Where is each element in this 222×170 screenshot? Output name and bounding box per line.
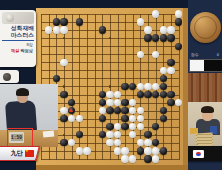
- stone-black: [160, 115, 167, 122]
- stone-white: [137, 18, 144, 25]
- stone-black: [137, 147, 144, 154]
- stone-black: [175, 18, 182, 25]
- stone-white: [137, 115, 144, 122]
- stone-black: [137, 91, 144, 98]
- go-stone-bowl: [190, 12, 221, 43]
- left-nameplate-inner: 九단 ★: [0, 147, 37, 160]
- tournament-title-line2: 마스터스: [0, 32, 36, 39]
- stone-black: [152, 123, 159, 130]
- right-sidebar: 점수0: [188, 0, 222, 170]
- stone-white: [106, 91, 113, 98]
- stone-black: [121, 123, 128, 130]
- china-flag-icon: ★: [25, 150, 34, 157]
- star-point: [155, 134, 157, 136]
- stone-white: [68, 139, 75, 146]
- right-player-cam: [188, 102, 222, 146]
- stone-black: [68, 99, 75, 106]
- stone-white: [129, 115, 136, 122]
- stone-white: [175, 99, 182, 106]
- stone-black: [167, 99, 174, 106]
- move-marker: [69, 108, 73, 112]
- stone-black: [160, 34, 167, 41]
- stone-white: [76, 115, 83, 122]
- game-clock: 1:50: [9, 132, 24, 143]
- stone-white: [60, 26, 67, 33]
- goban-grid: [36, 8, 188, 170]
- stone-white: [106, 99, 113, 106]
- stone-black: [167, 34, 174, 41]
- left-player-nameplate: 九단 ★: [0, 146, 40, 161]
- stone-white: [129, 123, 136, 130]
- stone-black: [144, 155, 151, 162]
- stone-bowl-icon: [3, 73, 11, 81]
- stone-white: [137, 83, 144, 90]
- right-player-nameplate: [188, 146, 222, 161]
- stone-white: [121, 155, 128, 162]
- stone-white: [137, 107, 144, 114]
- stone-black: [152, 91, 159, 98]
- stone-black: [144, 34, 151, 41]
- stone-white: [114, 91, 121, 98]
- stone-white: [144, 139, 151, 146]
- tournament-title-line1: 성화재배: [0, 25, 36, 32]
- stone-white: [144, 26, 151, 33]
- desk-paper: [43, 130, 55, 137]
- taegeuk-icon: [196, 152, 201, 157]
- stone-black: [129, 83, 136, 90]
- stone-black: [53, 18, 60, 25]
- star-point: [109, 85, 111, 87]
- korea-flag-icon: [193, 150, 204, 158]
- stone-black: [99, 131, 106, 138]
- score-label: 점수: [191, 52, 199, 58]
- go-board: [36, 8, 188, 170]
- clock-display: 1:50: [11, 134, 23, 141]
- stone-white: [114, 147, 121, 154]
- flag-star: ★: [25, 149, 29, 153]
- stone-white: [114, 99, 121, 106]
- stone-black: [99, 99, 106, 106]
- stone-white: [114, 131, 121, 138]
- commentary-label: 해설: [11, 48, 19, 53]
- score-value: 0: [217, 52, 219, 58]
- left-player-rank: 九단: [11, 149, 23, 158]
- card-divider: [2, 40, 34, 41]
- stone-white: [53, 26, 60, 33]
- stone-black: [121, 115, 128, 122]
- stone-black: [99, 26, 106, 33]
- stone-black: [121, 83, 128, 90]
- desk-bamboo-mat: [196, 132, 214, 146]
- stone-white: [167, 26, 174, 33]
- stone-white: [144, 83, 151, 90]
- broadcast-frame: { "game": "go", "broadcast": { "tourname…: [0, 0, 222, 170]
- black-score-segment: [204, 60, 222, 71]
- stone-black: [60, 91, 67, 98]
- stone-black: [152, 139, 159, 146]
- stone-black: [99, 91, 106, 98]
- stone-white: [152, 147, 159, 154]
- stone-black: [160, 75, 167, 82]
- stone-black: [76, 18, 83, 25]
- right-player-hair: [201, 106, 214, 113]
- stone-white: [99, 107, 106, 114]
- score-bar: [189, 59, 222, 72]
- stone-black: [144, 131, 151, 138]
- stone-black: [160, 147, 167, 154]
- game-clock-highlight: 1:50: [7, 128, 33, 148]
- stone-white: [121, 147, 128, 154]
- grid-line: [41, 70, 179, 71]
- stone-white: [106, 139, 113, 146]
- stone-black: [160, 91, 167, 98]
- stone-black: [160, 83, 167, 90]
- stone-black: [60, 115, 67, 122]
- stone-white: [129, 155, 136, 162]
- stone-black: [167, 59, 174, 66]
- score-label-row: 점수0: [188, 52, 222, 58]
- stone-white: [68, 115, 75, 122]
- grid-line: [41, 46, 179, 47]
- white-score-segment: [190, 60, 204, 71]
- stone-white: [114, 139, 121, 146]
- stone-white: [129, 131, 136, 138]
- stone-black: [175, 43, 182, 50]
- stone-white: [106, 131, 113, 138]
- stone-white: [60, 59, 67, 66]
- stone-white: [152, 51, 159, 58]
- grid-line: [41, 78, 179, 79]
- stone-black: [152, 34, 159, 41]
- stone-white: [152, 155, 159, 162]
- stone-black: [160, 107, 167, 114]
- commentator-name: 박정상: [20, 48, 33, 53]
- stone-white: [83, 147, 90, 154]
- stone-black: [99, 115, 106, 122]
- stone-black: [60, 18, 67, 25]
- stone-white: [167, 67, 174, 74]
- stone-black: [106, 123, 113, 130]
- stone-white: [175, 10, 182, 17]
- captures-card: [0, 70, 19, 83]
- stone-white: [152, 10, 159, 17]
- stone-white: [160, 26, 167, 33]
- tournament-card: 성화재배 마스터스 8강 해설 박정상: [0, 10, 36, 67]
- star-point: [63, 85, 65, 87]
- stone-white: [137, 51, 144, 58]
- stone-white: [160, 67, 167, 74]
- star-point: [63, 134, 65, 136]
- stone-white: [76, 147, 83, 154]
- commentary-line: 해설 박정상: [0, 48, 36, 54]
- stone-white: [114, 123, 121, 130]
- stone-black: [167, 91, 174, 98]
- stone-white: [129, 99, 136, 106]
- board-bottom-edge: [36, 165, 188, 170]
- stone-black: [60, 139, 67, 146]
- chair-wood-grain: [188, 73, 222, 102]
- stone-white: [60, 107, 67, 114]
- left-player-hair: [16, 88, 29, 96]
- stone-black: [76, 131, 83, 138]
- stone-white: [144, 147, 151, 154]
- stone-white: [137, 123, 144, 130]
- stone-white: [137, 139, 144, 146]
- tournament-emblem: [2, 12, 34, 24]
- stone-black: [121, 107, 128, 114]
- stone-white: [152, 83, 159, 90]
- stone-black: [121, 99, 128, 106]
- trophy-icon: [6, 14, 14, 22]
- stone-white: [45, 26, 52, 33]
- stone-black: [106, 107, 113, 114]
- stone-black: [53, 75, 60, 82]
- stone-black: [114, 107, 121, 114]
- bowl-lip: [194, 16, 217, 39]
- stone-black: [144, 91, 151, 98]
- stone-white: [129, 107, 136, 114]
